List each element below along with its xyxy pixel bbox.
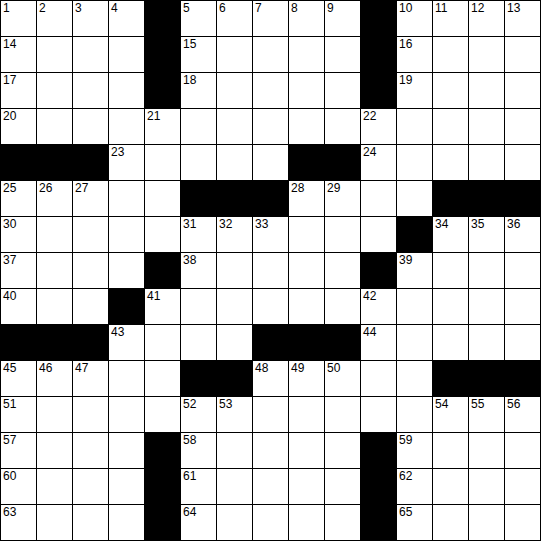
white-cell[interactable]: 19 (397, 73, 433, 109)
white-cell[interactable] (181, 289, 217, 325)
white-cell[interactable] (181, 109, 217, 145)
black-cell (1, 325, 37, 361)
white-cell[interactable] (325, 109, 361, 145)
clue-number: 30 (3, 218, 16, 230)
white-cell[interactable] (37, 37, 73, 73)
clue-number: 14 (3, 38, 16, 50)
white-cell[interactable] (37, 289, 73, 325)
white-cell[interactable]: 54 (433, 397, 469, 433)
white-cell[interactable]: 1 (1, 1, 37, 37)
black-cell (469, 361, 505, 397)
clue-number: 43 (111, 326, 124, 338)
clue-number: 25 (3, 182, 16, 194)
white-cell[interactable]: 23 (109, 145, 145, 181)
white-cell[interactable] (145, 145, 181, 181)
white-cell[interactable] (253, 397, 289, 433)
white-cell[interactable] (289, 433, 325, 469)
white-cell[interactable] (469, 37, 505, 73)
white-cell[interactable] (217, 433, 253, 469)
black-cell (361, 505, 397, 541)
crossword-board: 1234567891011121314151617181920212223242… (0, 0, 541, 541)
white-cell[interactable]: 40 (1, 289, 37, 325)
white-cell[interactable] (397, 109, 433, 145)
white-cell[interactable] (361, 181, 397, 217)
white-cell[interactable] (505, 109, 541, 145)
white-cell[interactable]: 9 (325, 1, 361, 37)
black-cell (433, 181, 469, 217)
white-cell[interactable]: 60 (1, 469, 37, 505)
clue-number: 47 (75, 362, 88, 374)
clue-number: 37 (3, 254, 16, 266)
clue-number: 58 (183, 434, 196, 446)
white-cell[interactable]: 65 (397, 505, 433, 541)
clue-number: 39 (399, 254, 412, 266)
white-cell[interactable] (433, 145, 469, 181)
white-cell[interactable] (469, 145, 505, 181)
clue-number: 20 (3, 110, 16, 122)
white-cell[interactable]: 13 (505, 1, 541, 37)
white-cell[interactable] (505, 469, 541, 505)
clue-number: 23 (111, 146, 124, 158)
white-cell[interactable]: 17 (1, 73, 37, 109)
white-cell[interactable] (289, 217, 325, 253)
black-cell (469, 181, 505, 217)
white-cell[interactable] (253, 109, 289, 145)
clue-number: 13 (507, 2, 520, 14)
white-cell[interactable] (289, 37, 325, 73)
black-cell (325, 325, 361, 361)
white-cell[interactable] (145, 181, 181, 217)
white-cell[interactable] (253, 505, 289, 541)
clue-number: 64 (183, 506, 196, 518)
clue-number: 10 (399, 2, 412, 14)
white-cell[interactable]: 47 (73, 361, 109, 397)
black-cell (253, 181, 289, 217)
white-cell[interactable] (433, 253, 469, 289)
white-cell[interactable] (289, 505, 325, 541)
black-cell (145, 253, 181, 289)
clue-number: 29 (327, 182, 340, 194)
white-cell[interactable] (145, 361, 181, 397)
white-cell[interactable] (397, 145, 433, 181)
clue-number: 52 (183, 398, 196, 410)
white-cell[interactable]: 58 (181, 433, 217, 469)
black-cell (181, 181, 217, 217)
white-cell[interactable] (469, 73, 505, 109)
black-cell (73, 145, 109, 181)
white-cell[interactable] (73, 469, 109, 505)
white-cell[interactable] (253, 469, 289, 505)
black-cell (289, 325, 325, 361)
black-cell (253, 325, 289, 361)
white-cell[interactable]: 37 (1, 253, 37, 289)
white-cell[interactable] (217, 325, 253, 361)
black-cell (397, 217, 433, 253)
white-cell[interactable]: 57 (1, 433, 37, 469)
black-cell (217, 361, 253, 397)
clue-number: 5 (183, 2, 190, 14)
white-cell[interactable]: 41 (145, 289, 181, 325)
white-cell[interactable] (397, 361, 433, 397)
clue-number: 46 (39, 362, 52, 374)
clue-number: 32 (219, 218, 232, 230)
clue-number: 62 (399, 470, 412, 482)
white-cell[interactable] (505, 289, 541, 325)
clue-number: 1 (3, 2, 10, 14)
clue-number: 11 (435, 2, 447, 14)
white-cell[interactable] (361, 217, 397, 253)
clue-number: 24 (363, 146, 376, 158)
white-cell[interactable]: 33 (253, 217, 289, 253)
black-cell (325, 145, 361, 181)
clue-number: 53 (219, 398, 232, 410)
white-cell[interactable]: 30 (1, 217, 37, 253)
white-cell[interactable]: 6 (217, 1, 253, 37)
white-cell[interactable] (217, 505, 253, 541)
white-cell[interactable]: 14 (1, 37, 37, 73)
white-cell[interactable]: 31 (181, 217, 217, 253)
clue-number: 33 (255, 218, 268, 230)
white-cell[interactable] (505, 37, 541, 73)
white-cell[interactable]: 56 (505, 397, 541, 433)
white-cell[interactable]: 45 (1, 361, 37, 397)
white-cell[interactable] (37, 433, 73, 469)
white-cell[interactable] (73, 505, 109, 541)
white-cell[interactable] (325, 505, 361, 541)
white-cell[interactable] (109, 253, 145, 289)
white-cell[interactable]: 42 (361, 289, 397, 325)
black-cell (361, 1, 397, 37)
white-cell[interactable]: 8 (289, 1, 325, 37)
clue-number: 48 (255, 362, 268, 374)
white-cell[interactable]: 46 (37, 361, 73, 397)
white-cell[interactable] (253, 289, 289, 325)
white-cell[interactable] (73, 73, 109, 109)
crossword-puzzle: 1234567891011121314151617181920212223242… (0, 0, 541, 541)
clue-number: 60 (3, 470, 16, 482)
white-cell[interactable]: 18 (181, 73, 217, 109)
white-cell[interactable] (433, 325, 469, 361)
white-cell[interactable] (37, 73, 73, 109)
black-cell (145, 37, 181, 73)
clue-number: 7 (255, 2, 262, 14)
white-cell[interactable]: 51 (1, 397, 37, 433)
white-cell[interactable]: 50 (325, 361, 361, 397)
clue-number: 44 (363, 326, 376, 338)
white-cell[interactable] (109, 505, 145, 541)
white-cell[interactable] (505, 505, 541, 541)
clue-number: 3 (75, 2, 82, 14)
white-cell[interactable] (73, 433, 109, 469)
black-cell (505, 181, 541, 217)
white-cell[interactable] (469, 505, 505, 541)
black-cell (361, 73, 397, 109)
white-cell[interactable] (217, 109, 253, 145)
white-cell[interactable]: 44 (361, 325, 397, 361)
black-cell (145, 1, 181, 37)
white-cell[interactable]: 22 (361, 109, 397, 145)
clue-number: 9 (327, 2, 334, 14)
white-cell[interactable] (253, 37, 289, 73)
white-cell[interactable] (73, 289, 109, 325)
white-cell[interactable]: 21 (145, 109, 181, 145)
white-cell[interactable]: 32 (217, 217, 253, 253)
white-cell[interactable] (37, 217, 73, 253)
white-cell[interactable] (109, 397, 145, 433)
clue-number: 19 (399, 74, 412, 86)
white-cell[interactable]: 16 (397, 37, 433, 73)
white-cell[interactable] (397, 325, 433, 361)
black-cell (181, 361, 217, 397)
white-cell[interactable] (217, 289, 253, 325)
clue-number: 54 (435, 398, 448, 410)
clue-number: 28 (291, 182, 304, 194)
white-cell[interactable] (37, 505, 73, 541)
white-cell[interactable]: 11 (433, 1, 469, 37)
white-cell[interactable]: 55 (469, 397, 505, 433)
white-cell[interactable] (289, 289, 325, 325)
white-cell[interactable]: 63 (1, 505, 37, 541)
clue-number: 18 (183, 74, 196, 86)
white-cell[interactable] (433, 469, 469, 505)
white-cell[interactable] (361, 397, 397, 433)
white-cell[interactable]: 62 (397, 469, 433, 505)
white-cell[interactable]: 53 (217, 397, 253, 433)
black-cell (433, 361, 469, 397)
white-cell[interactable] (109, 37, 145, 73)
clue-number: 36 (507, 218, 520, 230)
clue-number: 40 (3, 290, 16, 302)
white-cell[interactable]: 36 (505, 217, 541, 253)
clue-number: 45 (3, 362, 16, 374)
white-cell[interactable] (37, 469, 73, 505)
clue-number: 65 (399, 506, 412, 518)
white-cell[interactable]: 25 (1, 181, 37, 217)
white-cell[interactable] (109, 217, 145, 253)
white-cell[interactable] (289, 469, 325, 505)
clue-number: 61 (183, 470, 196, 482)
clue-number: 4 (111, 2, 118, 14)
white-cell[interactable] (469, 253, 505, 289)
white-cell[interactable]: 26 (37, 181, 73, 217)
white-cell[interactable] (145, 397, 181, 433)
white-cell[interactable]: 64 (181, 505, 217, 541)
white-cell[interactable]: 35 (469, 217, 505, 253)
white-cell[interactable] (469, 469, 505, 505)
white-cell[interactable]: 43 (109, 325, 145, 361)
white-cell[interactable] (469, 433, 505, 469)
clue-number: 31 (183, 218, 196, 230)
white-cell[interactable]: 39 (397, 253, 433, 289)
white-cell[interactable]: 49 (289, 361, 325, 397)
white-cell[interactable] (289, 397, 325, 433)
white-cell[interactable] (469, 109, 505, 145)
white-cell[interactable] (505, 433, 541, 469)
white-cell[interactable] (217, 73, 253, 109)
clue-number: 59 (399, 434, 412, 446)
clue-number: 34 (435, 218, 448, 230)
black-cell (37, 145, 73, 181)
white-cell[interactable]: 15 (181, 37, 217, 73)
white-cell[interactable] (325, 289, 361, 325)
white-cell[interactable] (433, 433, 469, 469)
white-cell[interactable] (73, 37, 109, 73)
white-cell[interactable]: 7 (253, 1, 289, 37)
clue-number: 41 (147, 290, 160, 302)
white-cell[interactable] (109, 73, 145, 109)
black-cell (73, 325, 109, 361)
white-cell[interactable] (145, 217, 181, 253)
white-cell[interactable] (109, 361, 145, 397)
white-cell[interactable] (181, 145, 217, 181)
white-cell[interactable] (505, 73, 541, 109)
black-cell (505, 361, 541, 397)
clue-number: 8 (291, 2, 298, 14)
white-cell[interactable] (325, 397, 361, 433)
black-cell (37, 325, 73, 361)
white-cell[interactable] (145, 325, 181, 361)
white-cell[interactable] (73, 109, 109, 145)
white-cell[interactable]: 34 (433, 217, 469, 253)
white-cell[interactable]: 2 (37, 1, 73, 37)
white-cell[interactable] (109, 181, 145, 217)
white-cell[interactable] (253, 73, 289, 109)
clue-number: 35 (471, 218, 484, 230)
white-cell[interactable] (217, 469, 253, 505)
white-cell[interactable] (469, 325, 505, 361)
clue-number: 27 (75, 182, 88, 194)
white-cell[interactable]: 3 (73, 1, 109, 37)
clue-number: 6 (219, 2, 226, 14)
clue-number: 12 (471, 2, 484, 14)
clue-number: 16 (399, 38, 412, 50)
white-cell[interactable] (325, 433, 361, 469)
white-cell[interactable] (181, 325, 217, 361)
white-cell[interactable] (109, 109, 145, 145)
white-cell[interactable] (109, 469, 145, 505)
white-cell[interactable]: 5 (181, 1, 217, 37)
white-cell[interactable] (253, 433, 289, 469)
white-cell[interactable] (253, 253, 289, 289)
black-cell (361, 469, 397, 505)
white-cell[interactable] (325, 37, 361, 73)
clue-number: 49 (291, 362, 304, 374)
black-cell (145, 73, 181, 109)
white-cell[interactable] (325, 253, 361, 289)
black-cell (289, 145, 325, 181)
clue-number: 56 (507, 398, 520, 410)
black-cell (361, 253, 397, 289)
black-cell (109, 289, 145, 325)
white-cell[interactable] (73, 397, 109, 433)
white-cell[interactable]: 38 (181, 253, 217, 289)
white-cell[interactable] (325, 469, 361, 505)
black-cell (361, 37, 397, 73)
white-cell[interactable] (469, 289, 505, 325)
white-cell[interactable] (37, 397, 73, 433)
white-cell[interactable] (433, 505, 469, 541)
white-cell[interactable] (361, 361, 397, 397)
white-cell[interactable] (505, 253, 541, 289)
white-cell[interactable] (109, 433, 145, 469)
white-cell[interactable] (505, 325, 541, 361)
white-cell[interactable] (73, 217, 109, 253)
clue-number: 2 (39, 2, 46, 14)
white-cell[interactable] (217, 145, 253, 181)
white-cell[interactable]: 10 (397, 1, 433, 37)
clue-number: 15 (183, 38, 196, 50)
white-cell[interactable]: 27 (73, 181, 109, 217)
clue-number: 51 (3, 398, 16, 410)
white-cell[interactable] (253, 145, 289, 181)
white-cell[interactable] (433, 73, 469, 109)
clue-number: 21 (147, 110, 160, 122)
white-cell[interactable] (397, 397, 433, 433)
black-cell (361, 433, 397, 469)
white-cell[interactable]: 59 (397, 433, 433, 469)
clue-number: 22 (363, 110, 376, 122)
white-cell[interactable] (433, 37, 469, 73)
white-cell[interactable] (397, 289, 433, 325)
white-cell[interactable]: 28 (289, 181, 325, 217)
white-cell[interactable]: 61 (181, 469, 217, 505)
clue-number: 57 (3, 434, 16, 446)
clue-number: 63 (3, 506, 16, 518)
black-cell (145, 469, 181, 505)
clue-number: 55 (471, 398, 484, 410)
white-cell[interactable] (37, 109, 73, 145)
white-cell[interactable] (37, 253, 73, 289)
white-cell[interactable] (505, 145, 541, 181)
clue-number: 50 (327, 362, 340, 374)
white-cell[interactable] (289, 109, 325, 145)
black-cell (1, 145, 37, 181)
black-cell (145, 433, 181, 469)
white-cell[interactable]: 20 (1, 109, 37, 145)
clue-number: 42 (363, 290, 376, 302)
white-cell[interactable]: 29 (325, 181, 361, 217)
white-cell[interactable] (73, 253, 109, 289)
white-cell[interactable]: 48 (253, 361, 289, 397)
black-cell (145, 505, 181, 541)
clue-number: 38 (183, 254, 196, 266)
clue-number: 26 (39, 182, 52, 194)
white-cell[interactable] (397, 181, 433, 217)
white-cell[interactable]: 24 (361, 145, 397, 181)
white-cell[interactable] (433, 289, 469, 325)
black-cell (217, 181, 253, 217)
white-cell[interactable] (289, 73, 325, 109)
white-cell[interactable] (325, 73, 361, 109)
white-cell[interactable]: 52 (181, 397, 217, 433)
white-cell[interactable]: 12 (469, 1, 505, 37)
clue-number: 17 (3, 74, 16, 86)
white-cell[interactable]: 4 (109, 1, 145, 37)
white-cell[interactable] (433, 109, 469, 145)
white-cell[interactable] (289, 253, 325, 289)
white-cell[interactable] (217, 253, 253, 289)
white-cell[interactable] (325, 217, 361, 253)
white-cell[interactable] (217, 37, 253, 73)
